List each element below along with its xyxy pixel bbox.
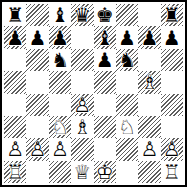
white-pawn-fill: ♟ <box>4 138 26 160</box>
square-e1[interactable]: ♚♔ <box>94 161 116 183</box>
square-e4[interactable] <box>94 94 116 116</box>
square-b5[interactable] <box>26 71 48 93</box>
square-f4[interactable] <box>116 94 138 116</box>
square-a1[interactable]: ♜♖ <box>4 161 26 183</box>
white-rook-icon: ♖ <box>4 161 26 183</box>
square-e7[interactable]: ♝ <box>94 26 116 48</box>
square-b1[interactable] <box>26 161 48 183</box>
square-b3[interactable] <box>26 116 48 138</box>
black-bishop-icon: ♝ <box>49 4 71 26</box>
square-b2[interactable]: ♟♙ <box>26 138 48 160</box>
white-rook-icon: ♖ <box>161 161 183 183</box>
white-knight-fill: ♞ <box>49 116 71 138</box>
white-pawn-icon: ♙ <box>138 138 160 160</box>
square-d5[interactable] <box>71 71 93 93</box>
square-f8[interactable] <box>116 4 138 26</box>
square-a3[interactable] <box>4 116 26 138</box>
square-g4[interactable] <box>138 94 160 116</box>
white-king-icon: ♔ <box>94 161 116 183</box>
black-bishop-icon: ♝ <box>94 26 116 48</box>
black-rook-icon: ♜ <box>161 4 183 26</box>
square-d6[interactable] <box>71 49 93 71</box>
square-f3[interactable]: ♞♘ <box>116 116 138 138</box>
square-b8[interactable] <box>26 4 48 26</box>
black-pawn-icon: ♟ <box>116 26 138 48</box>
square-h7[interactable]: ♟ <box>161 26 183 48</box>
square-a2[interactable]: ♟♙ <box>4 138 26 160</box>
square-e8[interactable]: ♚ <box>94 4 116 26</box>
square-h3[interactable] <box>161 116 183 138</box>
square-a8[interactable]: ♜ <box>4 4 26 26</box>
black-knight-icon: ♞ <box>116 49 138 71</box>
white-pawn-fill: ♟ <box>138 138 160 160</box>
black-pawn-icon: ♟ <box>161 26 183 48</box>
square-a4[interactable] <box>4 94 26 116</box>
square-c2[interactable]: ♟♙ <box>49 138 71 160</box>
white-pawn-icon: ♙ <box>161 138 183 160</box>
square-h4[interactable] <box>161 94 183 116</box>
white-rook-fill: ♜ <box>4 161 26 183</box>
square-e5[interactable] <box>94 71 116 93</box>
square-d7[interactable] <box>71 26 93 48</box>
square-b4[interactable] <box>26 94 48 116</box>
square-h2[interactable]: ♟♙ <box>161 138 183 160</box>
black-pawn-icon: ♟ <box>138 26 160 48</box>
black-pawn-icon: ♟ <box>26 26 48 48</box>
square-c5[interactable] <box>49 71 71 93</box>
square-h5[interactable] <box>161 71 183 93</box>
square-a5[interactable] <box>4 71 26 93</box>
square-h1[interactable]: ♜♖ <box>161 161 183 183</box>
white-queen-icon: ♕ <box>71 161 93 183</box>
white-pawn-fill: ♟ <box>71 94 93 116</box>
square-d2[interactable] <box>71 138 93 160</box>
black-queen-icon: ♛ <box>71 4 93 26</box>
square-e6[interactable]: ♟ <box>94 49 116 71</box>
square-g3[interactable] <box>138 116 160 138</box>
square-g1[interactable] <box>138 161 160 183</box>
square-c3[interactable]: ♞♘ <box>49 116 71 138</box>
black-knight-icon: ♞ <box>49 49 71 71</box>
white-pawn-fill: ♟ <box>161 138 183 160</box>
square-f1[interactable] <box>116 161 138 183</box>
square-c8[interactable]: ♝ <box>49 4 71 26</box>
black-pawn-icon: ♟ <box>4 26 26 48</box>
square-g8[interactable] <box>138 4 160 26</box>
square-c1[interactable] <box>49 161 71 183</box>
square-c4[interactable] <box>49 94 71 116</box>
square-e3[interactable] <box>94 116 116 138</box>
white-knight-icon: ♘ <box>49 116 71 138</box>
square-f7[interactable]: ♟ <box>116 26 138 48</box>
square-c7[interactable]: ♟ <box>49 26 71 48</box>
white-bishop-icon: ♗ <box>138 71 160 93</box>
square-d4[interactable]: ♟♙ <box>71 94 93 116</box>
black-king-icon: ♚ <box>94 4 116 26</box>
white-knight-fill: ♞ <box>116 116 138 138</box>
square-f5[interactable] <box>116 71 138 93</box>
white-pawn-icon: ♙ <box>4 138 26 160</box>
white-rook-fill: ♜ <box>161 161 183 183</box>
white-bishop-fill: ♝ <box>71 116 93 138</box>
white-pawn-icon: ♙ <box>71 94 93 116</box>
white-pawn-fill: ♟ <box>49 138 71 160</box>
square-a6[interactable] <box>4 49 26 71</box>
square-d3[interactable]: ♝♗ <box>71 116 93 138</box>
square-d8[interactable]: ♛ <box>71 4 93 26</box>
board-grid: ♜♝♛♚♜♟♟♟♝♟♟♟♞♟♞♝♗♟♙♞♘♝♗♞♘♟♙♟♙♟♙♟♙♟♙♜♖♛♕♚… <box>4 4 183 183</box>
square-c6[interactable]: ♞ <box>49 49 71 71</box>
square-g6[interactable] <box>138 49 160 71</box>
chessboard: ♜♝♛♚♜♟♟♟♝♟♟♟♞♟♞♝♗♟♙♞♘♝♗♞♘♟♙♟♙♟♙♟♙♟♙♜♖♛♕♚… <box>0 0 187 187</box>
square-g5[interactable]: ♝♗ <box>138 71 160 93</box>
square-e2[interactable] <box>94 138 116 160</box>
square-b6[interactable] <box>26 49 48 71</box>
square-h6[interactable] <box>161 49 183 71</box>
square-h8[interactable]: ♜ <box>161 4 183 26</box>
white-king-fill: ♚ <box>94 161 116 183</box>
black-pawn-icon: ♟ <box>94 49 116 71</box>
white-pawn-fill: ♟ <box>26 138 48 160</box>
square-g7[interactable]: ♟ <box>138 26 160 48</box>
white-bishop-icon: ♗ <box>71 116 93 138</box>
white-knight-icon: ♘ <box>116 116 138 138</box>
square-f2[interactable] <box>116 138 138 160</box>
square-b7[interactable]: ♟ <box>26 26 48 48</box>
black-rook-icon: ♜ <box>4 4 26 26</box>
white-queen-fill: ♛ <box>71 161 93 183</box>
square-g2[interactable]: ♟♙ <box>138 138 160 160</box>
white-bishop-fill: ♝ <box>138 71 160 93</box>
square-f6[interactable]: ♞ <box>116 49 138 71</box>
white-pawn-icon: ♙ <box>26 138 48 160</box>
square-d1[interactable]: ♛♕ <box>71 161 93 183</box>
black-pawn-icon: ♟ <box>49 26 71 48</box>
white-pawn-icon: ♙ <box>49 138 71 160</box>
square-a7[interactable]: ♟ <box>4 26 26 48</box>
